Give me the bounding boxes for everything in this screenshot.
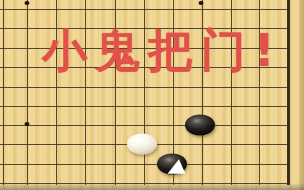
- grid-line-horizontal: [0, 87, 289, 88]
- star-point: [25, 122, 30, 126]
- star-point: [199, 1, 204, 5]
- black-stone: [157, 154, 187, 175]
- grid-line-horizontal: [0, 106, 289, 107]
- last-move-triangle-marker: [157, 154, 187, 175]
- go-board[interactable]: 小鬼把门!: [0, 0, 304, 190]
- bottom-edge-shadow: [0, 183, 304, 190]
- right-edge-shadow: [298, 0, 304, 190]
- white-stone: [127, 133, 157, 154]
- caption-overlay: 小鬼把门!: [42, 28, 283, 74]
- grid-line-horizontal: [0, 164, 289, 165]
- star-point: [25, 1, 30, 5]
- black-stone: [185, 114, 215, 135]
- grid-line-horizontal: [0, 125, 289, 126]
- grid-line-horizontal: [0, 9, 289, 10]
